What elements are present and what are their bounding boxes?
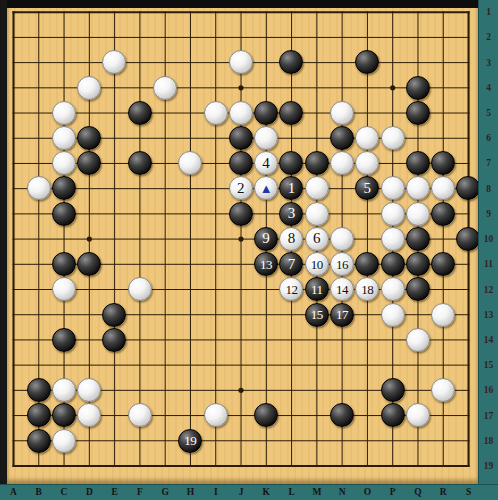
white-stone-M10[interactable]: 6 <box>305 227 329 251</box>
black-stone-L7[interactable] <box>279 151 303 175</box>
column-label-C: C <box>57 487 71 497</box>
stones-layer[interactable]: 42▲153986137101612111418151719 <box>0 0 498 500</box>
move-number-label: 5 <box>363 181 371 196</box>
white-stone-F12[interactable] <box>128 277 152 301</box>
move-number-label: 7 <box>288 257 296 272</box>
white-stone-N11[interactable]: 16 <box>330 252 354 276</box>
white-stone-H7[interactable] <box>178 151 202 175</box>
black-stone-R7[interactable] <box>431 151 455 175</box>
white-stone-K7[interactable]: 4 <box>254 151 278 175</box>
white-stone-Q9[interactable] <box>406 202 430 226</box>
row-label-5: 5 <box>479 108 498 118</box>
black-stone-D11[interactable] <box>77 252 101 276</box>
column-label-S: S <box>462 487 476 497</box>
white-stone-O7[interactable] <box>355 151 379 175</box>
black-stone-L5[interactable] <box>279 101 303 125</box>
white-stone-C18[interactable] <box>52 429 76 453</box>
top-border <box>0 0 478 8</box>
row-label-11: 11 <box>479 259 498 269</box>
column-label-I: I <box>209 487 223 497</box>
white-stone-C12[interactable] <box>52 277 76 301</box>
move-number-label: 18 <box>361 283 373 296</box>
black-stone-N6[interactable] <box>330 126 354 150</box>
column-label-N: N <box>335 487 349 497</box>
white-stone-N10[interactable] <box>330 227 354 251</box>
white-stone-I5[interactable] <box>204 101 228 125</box>
black-stone-N17[interactable] <box>330 403 354 427</box>
black-stone-N13[interactable]: 17 <box>330 303 354 327</box>
row-label-18: 18 <box>479 436 498 446</box>
move-number-label: 12 <box>285 283 297 296</box>
row-label-16: 16 <box>479 385 498 395</box>
black-stone-K10[interactable]: 9 <box>254 227 278 251</box>
white-stone-C16[interactable] <box>52 378 76 402</box>
black-stone-R11[interactable] <box>431 252 455 276</box>
white-stone-M11[interactable]: 10 <box>305 252 329 276</box>
column-label-G: G <box>158 487 172 497</box>
white-stone-J3[interactable] <box>229 50 253 74</box>
white-stone-Q8[interactable] <box>406 176 430 200</box>
move-number-label: 19 <box>184 434 196 447</box>
black-stone-K11[interactable]: 13 <box>254 252 278 276</box>
black-stone-M7[interactable] <box>305 151 329 175</box>
black-stone-H18[interactable]: 19 <box>178 429 202 453</box>
white-stone-G4[interactable] <box>153 76 177 100</box>
row-labels-strip: 12345678910111213141516171819 <box>478 0 498 500</box>
black-stone-F7[interactable] <box>128 151 152 175</box>
move-number-label: 4 <box>262 156 270 171</box>
black-stone-O3[interactable] <box>355 50 379 74</box>
black-stone-B18[interactable] <box>27 429 51 453</box>
black-stone-L9[interactable]: 3 <box>279 202 303 226</box>
black-stone-Q12[interactable] <box>406 277 430 301</box>
black-stone-O8[interactable]: 5 <box>355 176 379 200</box>
black-stone-C17[interactable] <box>52 403 76 427</box>
black-stone-F5[interactable] <box>128 101 152 125</box>
black-stone-K17[interactable] <box>254 403 278 427</box>
move-number-label: 10 <box>311 258 323 271</box>
move-number-label: 6 <box>313 231 321 246</box>
column-label-H: H <box>183 487 197 497</box>
column-label-D: D <box>82 487 96 497</box>
row-label-1: 1 <box>479 7 498 17</box>
row-label-12: 12 <box>479 285 498 295</box>
black-stone-B16[interactable] <box>27 378 51 402</box>
move-number-label: 15 <box>311 308 323 321</box>
black-stone-O11[interactable] <box>355 252 379 276</box>
column-label-P: P <box>386 487 400 497</box>
white-stone-C5[interactable] <box>52 101 76 125</box>
move-number-label: 2 <box>237 181 245 196</box>
move-number-label: 16 <box>336 258 348 271</box>
black-stone-M12[interactable]: 11 <box>305 277 329 301</box>
black-stone-J9[interactable] <box>229 202 253 226</box>
white-stone-L10[interactable]: 8 <box>279 227 303 251</box>
row-label-6: 6 <box>479 133 498 143</box>
black-stone-C11[interactable] <box>52 252 76 276</box>
row-label-9: 9 <box>479 209 498 219</box>
black-stone-R9[interactable] <box>431 202 455 226</box>
row-label-3: 3 <box>479 58 498 68</box>
row-label-8: 8 <box>479 184 498 194</box>
black-stone-B17[interactable] <box>27 403 51 427</box>
black-stone-J7[interactable] <box>229 151 253 175</box>
white-stone-F17[interactable] <box>128 403 152 427</box>
row-label-2: 2 <box>479 32 498 42</box>
row-label-17: 17 <box>479 411 498 421</box>
black-stone-P16[interactable] <box>381 378 405 402</box>
white-stone-J5[interactable] <box>229 101 253 125</box>
white-stone-N12[interactable]: 14 <box>330 277 354 301</box>
column-label-M: M <box>310 487 324 497</box>
black-stone-S8[interactable] <box>456 176 480 200</box>
column-label-J: J <box>234 487 248 497</box>
black-stone-C8[interactable] <box>52 176 76 200</box>
black-stone-D6[interactable] <box>77 126 101 150</box>
column-label-R: R <box>436 487 450 497</box>
white-stone-P8[interactable] <box>381 176 405 200</box>
black-stone-Q5[interactable] <box>406 101 430 125</box>
white-stone-P13[interactable] <box>381 303 405 327</box>
black-stone-J6[interactable] <box>229 126 253 150</box>
black-stone-K5[interactable] <box>254 101 278 125</box>
white-stone-D4[interactable] <box>77 76 101 100</box>
black-stone-M13[interactable]: 15 <box>305 303 329 327</box>
row-label-13: 13 <box>479 310 498 320</box>
row-label-15: 15 <box>479 360 498 370</box>
black-stone-E14[interactable] <box>102 328 126 352</box>
column-label-L: L <box>285 487 299 497</box>
black-stone-Q11[interactable] <box>406 252 430 276</box>
black-stone-D7[interactable] <box>77 151 101 175</box>
move-number-label: 8 <box>288 231 296 246</box>
left-border <box>0 0 7 484</box>
move-number-label: 1 <box>288 181 296 196</box>
black-stone-C9[interactable] <box>52 202 76 226</box>
row-label-10: 10 <box>479 234 498 244</box>
white-stone-M9[interactable] <box>305 202 329 226</box>
row-label-7: 7 <box>479 158 498 168</box>
white-stone-B8[interactable] <box>27 176 51 200</box>
column-label-A: A <box>7 487 21 497</box>
black-stone-S10[interactable] <box>456 227 480 251</box>
triangle-mark-icon: ▲ <box>260 182 273 195</box>
go-game-viewer: 42▲153986137101612111418151719 123456789… <box>0 0 498 500</box>
black-stone-L8[interactable]: 1 <box>279 176 303 200</box>
move-number-label: 9 <box>262 231 270 246</box>
white-stone-P9[interactable] <box>381 202 405 226</box>
column-labels-strip: ABCDEFGHIJKLMNOPQRS <box>0 484 498 500</box>
white-stone-J8[interactable]: 2 <box>229 176 253 200</box>
white-stone-P12[interactable] <box>381 277 405 301</box>
white-stone-Q14[interactable] <box>406 328 430 352</box>
row-label-4: 4 <box>479 83 498 93</box>
white-stone-C6[interactable] <box>52 126 76 150</box>
black-stone-Q10[interactable] <box>406 227 430 251</box>
white-stone-P10[interactable] <box>381 227 405 251</box>
move-number-label: 3 <box>288 206 296 221</box>
black-stone-L3[interactable] <box>279 50 303 74</box>
column-label-O: O <box>360 487 374 497</box>
move-number-label: 17 <box>336 308 348 321</box>
black-stone-C14[interactable] <box>52 328 76 352</box>
column-label-K: K <box>259 487 273 497</box>
white-stone-R8[interactable] <box>431 176 455 200</box>
column-label-F: F <box>133 487 147 497</box>
black-stone-E13[interactable] <box>102 303 126 327</box>
white-stone-K6[interactable] <box>254 126 278 150</box>
black-stone-P17[interactable] <box>381 403 405 427</box>
move-number-label: 11 <box>311 283 323 296</box>
white-stone-O12[interactable]: 18 <box>355 277 379 301</box>
white-stone-P6[interactable] <box>381 126 405 150</box>
white-stone-D17[interactable] <box>77 403 101 427</box>
white-stone-M8[interactable] <box>305 176 329 200</box>
white-stone-C7[interactable] <box>52 151 76 175</box>
black-stone-Q7[interactable] <box>406 151 430 175</box>
white-stone-Q17[interactable] <box>406 403 430 427</box>
row-label-19: 19 <box>479 461 498 471</box>
move-number-label: 13 <box>260 258 272 271</box>
white-stone-O6[interactable] <box>355 126 379 150</box>
white-stone-I17[interactable] <box>204 403 228 427</box>
column-label-Q: Q <box>411 487 425 497</box>
white-stone-R16[interactable] <box>431 378 455 402</box>
black-stone-L11[interactable]: 7 <box>279 252 303 276</box>
white-stone-R13[interactable] <box>431 303 455 327</box>
white-stone-K8[interactable]: ▲ <box>254 176 278 200</box>
white-stone-E3[interactable] <box>102 50 126 74</box>
white-stone-N5[interactable] <box>330 101 354 125</box>
column-label-B: B <box>32 487 46 497</box>
column-label-E: E <box>108 487 122 497</box>
move-number-label: 14 <box>336 283 348 296</box>
white-stone-L12[interactable]: 12 <box>279 277 303 301</box>
white-stone-D16[interactable] <box>77 378 101 402</box>
black-stone-Q4[interactable] <box>406 76 430 100</box>
black-stone-P11[interactable] <box>381 252 405 276</box>
white-stone-N7[interactable] <box>330 151 354 175</box>
row-label-14: 14 <box>479 335 498 345</box>
